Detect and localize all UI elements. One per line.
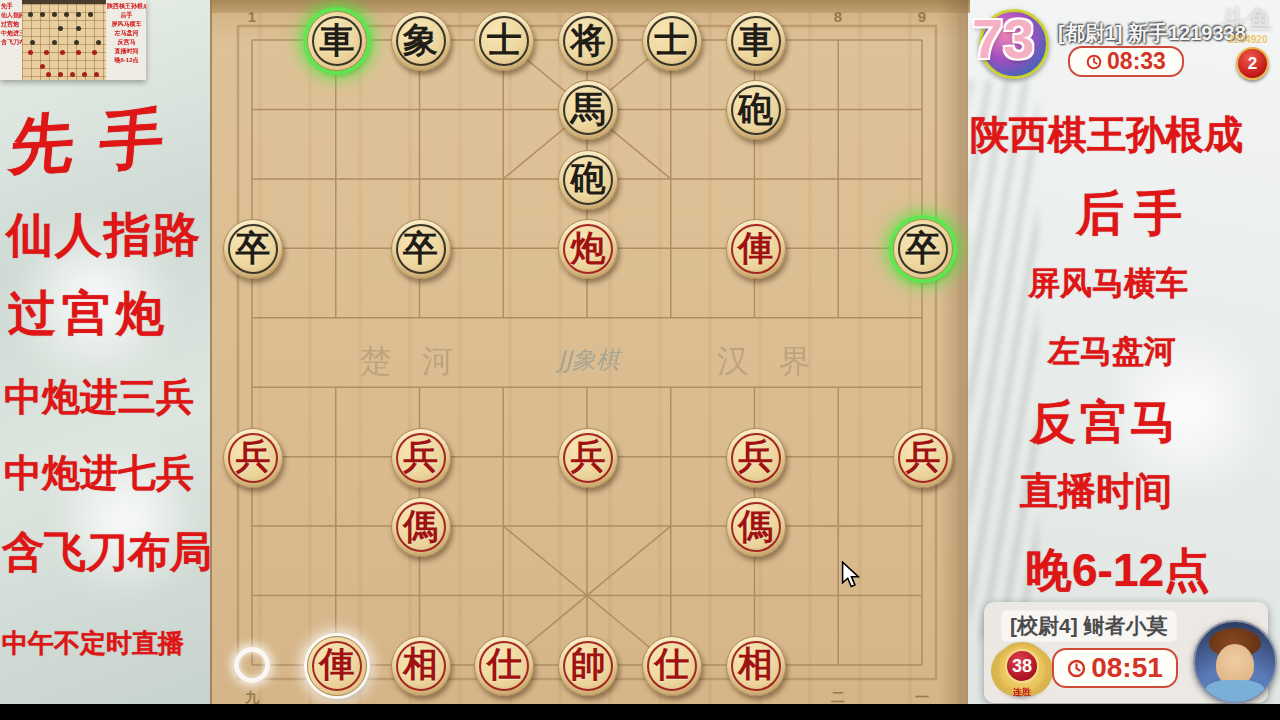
- caption-live-time-value: 晚6-12点: [1026, 540, 1210, 602]
- board-piece-相-red[interactable]: 相: [726, 636, 786, 696]
- board-piece-馬-black[interactable]: 馬: [558, 80, 618, 140]
- caption-first-player: 先手: [6, 93, 193, 190]
- caption-opening-8: 反宫马: [1030, 392, 1180, 454]
- letterbox-bottom-bar: [0, 704, 1280, 720]
- medal-label: 连胜: [995, 686, 1049, 699]
- board-piece-炮-red[interactable]: 炮: [558, 219, 618, 279]
- bottom-player-name: [校尉4] 鲥者小莫: [1000, 609, 1178, 643]
- board-piece-士-black[interactable]: 士: [474, 11, 534, 71]
- caption-opponent-title: 陕西棋王孙根成: [970, 108, 1243, 162]
- board-piece-将-black[interactable]: 将: [558, 11, 618, 71]
- pip-mini-board: [22, 0, 106, 80]
- move-origin-marker: [234, 647, 270, 683]
- board-piece-俥-red[interactable]: 俥: [726, 219, 786, 279]
- board-piece-車-black[interactable]: 車: [307, 11, 367, 71]
- top-player-name: [都尉1] 新手1219338: [1058, 20, 1246, 47]
- board-piece-砲-black[interactable]: 砲: [558, 150, 618, 210]
- clock-icon: [1086, 54, 1102, 70]
- pip-right-captions: 陕西棋王孙根成 后手 屏风马横车 左马盘河 反宫马 直播时间 晚6-12点: [107, 2, 146, 65]
- caption-opening-6: 屏风马横车: [1028, 262, 1188, 306]
- caption-opening-2: 过宫炮: [8, 282, 170, 346]
- board-piece-砲-black[interactable]: 砲: [726, 80, 786, 140]
- board-piece-俥-red[interactable]: 俥: [307, 636, 367, 696]
- caption-second-player: 后手: [1076, 182, 1192, 246]
- board-piece-象-black[interactable]: 象: [391, 11, 451, 71]
- board-piece-仕-red[interactable]: 仕: [474, 636, 534, 696]
- board-piece-相-red[interactable]: 相: [391, 636, 451, 696]
- room-id: 2204920: [1222, 34, 1274, 45]
- board-piece-士-black[interactable]: 士: [642, 11, 702, 71]
- xiangqi-board[interactable]: 1 8 9 九 二 一 楚 河 JJ象棋 汉 界 車象士将士車馬砲砲卒卒炮俥卒兵…: [210, 0, 968, 720]
- caption-live-time-label: 直播时间: [1020, 466, 1172, 517]
- board-piece-卒-black[interactable]: 卒: [893, 219, 953, 279]
- mouse-cursor: [838, 561, 864, 589]
- platform-watermark: 斗鱼 2204920: [1222, 4, 1274, 45]
- top-player-clock: 08:33: [1068, 46, 1184, 77]
- caption-opening-7: 左马盘河: [1048, 330, 1176, 374]
- top-player-streak-badge: 73: [972, 6, 1034, 71]
- board-piece-卒-black[interactable]: 卒: [391, 219, 451, 279]
- board-piece-傌-red[interactable]: 傌: [391, 497, 451, 557]
- board-piece-帥-red[interactable]: 帥: [558, 636, 618, 696]
- board-piece-仕-red[interactable]: 仕: [642, 636, 702, 696]
- douyu-logo: 斗鱼: [1222, 4, 1274, 36]
- top-player-counter-badge: 2: [1236, 47, 1269, 80]
- caption-opening-5: 含飞刀布局: [2, 524, 210, 580]
- caption-schedule-noon: 中午不定时直播: [2, 626, 184, 661]
- board-piece-兵-red[interactable]: 兵: [391, 428, 451, 488]
- board-piece-車-black[interactable]: 車: [726, 11, 786, 71]
- medal-number: 38: [1005, 649, 1039, 683]
- board-piece-卒-black[interactable]: 卒: [223, 219, 283, 279]
- pip-red-pieces: [28, 50, 33, 55]
- win-streak-medal: 38 连胜: [995, 642, 1049, 696]
- bottom-player-clock: 08:51: [1052, 648, 1178, 688]
- left-text-panel: 先手 仙人指路 过宫炮 中炮进三兵 中炮进七兵 含飞刀布局 中午不定时直播: [0, 0, 210, 720]
- board-piece-傌-red[interactable]: 傌: [726, 497, 786, 557]
- piece-layer: 車象士将士車馬砲砲卒卒炮俥卒兵兵兵兵兵傌傌俥相仕帥仕相: [212, 0, 970, 720]
- pip-mini-overlay: 先手 仙人指路 过宫炮 中炮进三兵 含飞刀布局 陕西棋王孙根成 后手 屏风马横车…: [0, 0, 146, 80]
- board-piece-兵-red[interactable]: 兵: [223, 428, 283, 488]
- clock-icon: [1067, 659, 1086, 678]
- board-piece-兵-red[interactable]: 兵: [726, 428, 786, 488]
- board-piece-兵-red[interactable]: 兵: [893, 428, 953, 488]
- caption-opening-4: 中炮进七兵: [4, 448, 194, 499]
- caption-opening-3: 中炮进三兵: [4, 372, 194, 423]
- board-piece-兵-red[interactable]: 兵: [558, 428, 618, 488]
- bottom-player-avatar[interactable]: [1193, 620, 1277, 704]
- caption-opening-1: 仙人指路: [6, 204, 202, 267]
- pip-left-captions: 先手 仙人指路 过宫炮 中炮进三兵 含飞刀布局: [1, 2, 22, 47]
- pip-black-pieces: [28, 12, 33, 17]
